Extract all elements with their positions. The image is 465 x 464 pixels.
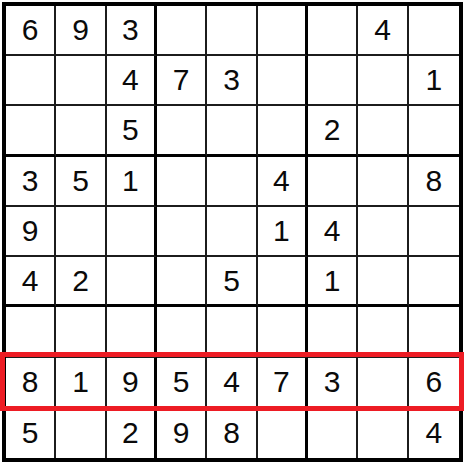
cell-r5c4-empty[interactable] xyxy=(157,207,207,257)
cell-r6c7-given-1: 1 xyxy=(308,257,358,307)
cell-r5c6-given-1: 1 xyxy=(258,207,308,257)
cell-r8c8-empty[interactable] xyxy=(358,358,408,408)
cell-r7c5-empty[interactable] xyxy=(207,307,257,357)
cell-r3c7-given-2: 2 xyxy=(308,106,358,156)
cell-r4c7-empty[interactable] xyxy=(308,157,358,207)
cell-r1c1-given-6: 6 xyxy=(6,6,56,56)
cell-r1c9-empty[interactable] xyxy=(409,6,459,56)
cell-r3c6-empty[interactable] xyxy=(258,106,308,156)
cell-r2c3-given-4: 4 xyxy=(107,56,157,106)
cell-r4c4-empty[interactable] xyxy=(157,157,207,207)
cell-r7c7-empty[interactable] xyxy=(308,307,358,357)
cell-r9c7-empty[interactable] xyxy=(308,408,358,458)
cell-r6c2-given-2: 2 xyxy=(56,257,106,307)
cell-r9c2-empty[interactable] xyxy=(56,408,106,458)
cell-r8c1-given-8: 8 xyxy=(6,358,56,408)
cell-r1c7-empty[interactable] xyxy=(308,6,358,56)
cell-r4c9-given-8: 8 xyxy=(409,157,459,207)
cell-r6c5-given-5: 5 xyxy=(207,257,257,307)
cell-r9c9-given-4: 4 xyxy=(409,408,459,458)
cell-r2c2-empty[interactable] xyxy=(56,56,106,106)
cell-r9c4-given-9: 9 xyxy=(157,408,207,458)
cell-r4c5-empty[interactable] xyxy=(207,157,257,207)
cell-r2c8-empty[interactable] xyxy=(358,56,408,106)
cell-r8c4-given-5: 5 xyxy=(157,358,207,408)
cell-r4c8-empty[interactable] xyxy=(358,157,408,207)
cell-r3c4-empty[interactable] xyxy=(157,106,207,156)
cell-r7c1-empty[interactable] xyxy=(6,307,56,357)
cell-r6c4-empty[interactable] xyxy=(157,257,207,307)
cell-r5c2-empty[interactable] xyxy=(56,207,106,257)
cell-r3c2-empty[interactable] xyxy=(56,106,106,156)
cell-r6c9-empty[interactable] xyxy=(409,257,459,307)
cell-r6c8-empty[interactable] xyxy=(358,257,408,307)
cell-r7c6-empty[interactable] xyxy=(258,307,308,357)
cell-r6c1-given-4: 4 xyxy=(6,257,56,307)
cell-r9c1-given-5: 5 xyxy=(6,408,56,458)
cell-r8c9-given-6: 6 xyxy=(409,358,459,408)
cell-r3c9-empty[interactable] xyxy=(409,106,459,156)
sudoku-board: 69344731523514891442518195473652984 xyxy=(2,2,463,462)
cell-r2c5-given-3: 3 xyxy=(207,56,257,106)
cell-r6c3-empty[interactable] xyxy=(107,257,157,307)
cell-r8c7-given-3: 3 xyxy=(308,358,358,408)
cell-r8c2-given-1: 1 xyxy=(56,358,106,408)
cell-r2c4-given-7: 7 xyxy=(157,56,207,106)
cell-r7c4-empty[interactable] xyxy=(157,307,207,357)
cell-r7c2-empty[interactable] xyxy=(56,307,106,357)
cell-r3c8-empty[interactable] xyxy=(358,106,408,156)
cell-r1c2-given-9: 9 xyxy=(56,6,106,56)
cell-r7c8-empty[interactable] xyxy=(358,307,408,357)
cell-r2c7-empty[interactable] xyxy=(308,56,358,106)
cell-r5c8-empty[interactable] xyxy=(358,207,408,257)
cell-r1c6-empty[interactable] xyxy=(258,6,308,56)
cell-r9c8-empty[interactable] xyxy=(358,408,408,458)
cell-r7c9-empty[interactable] xyxy=(409,307,459,357)
cell-r4c3-given-1: 1 xyxy=(107,157,157,207)
cell-r9c6-empty[interactable] xyxy=(258,408,308,458)
cell-r3c1-empty[interactable] xyxy=(6,106,56,156)
cell-r5c5-empty[interactable] xyxy=(207,207,257,257)
cell-r5c1-given-9: 9 xyxy=(6,207,56,257)
cell-r8c5-given-4: 4 xyxy=(207,358,257,408)
cell-r4c2-given-5: 5 xyxy=(56,157,106,207)
cell-r1c8-given-4: 4 xyxy=(358,6,408,56)
cell-r2c1-empty[interactable] xyxy=(6,56,56,106)
sudoku-screenshot: 69344731523514891442518195473652984 xyxy=(0,0,465,464)
cell-r4c1-given-3: 3 xyxy=(6,157,56,207)
cell-r1c4-empty[interactable] xyxy=(157,6,207,56)
cell-r5c3-empty[interactable] xyxy=(107,207,157,257)
cell-r7c3-empty[interactable] xyxy=(107,307,157,357)
cell-r8c3-given-9: 9 xyxy=(107,358,157,408)
cell-r2c6-empty[interactable] xyxy=(258,56,308,106)
cell-r9c5-given-8: 8 xyxy=(207,408,257,458)
cell-r8c6-given-7: 7 xyxy=(258,358,308,408)
cell-r1c5-empty[interactable] xyxy=(207,6,257,56)
cell-r9c3-given-2: 2 xyxy=(107,408,157,458)
cell-r3c3-given-5: 5 xyxy=(107,106,157,156)
cell-r5c7-given-4: 4 xyxy=(308,207,358,257)
cell-r3c5-empty[interactable] xyxy=(207,106,257,156)
cell-r1c3-given-3: 3 xyxy=(107,6,157,56)
cell-r5c9-empty[interactable] xyxy=(409,207,459,257)
cell-r4c6-given-4: 4 xyxy=(258,157,308,207)
cell-r6c6-empty[interactable] xyxy=(258,257,308,307)
cell-r2c9-given-1: 1 xyxy=(409,56,459,106)
